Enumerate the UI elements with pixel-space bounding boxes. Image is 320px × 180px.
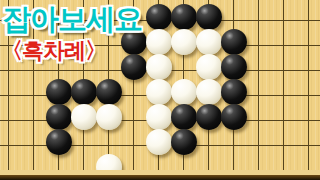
black-stone [46, 104, 72, 130]
board-vline [258, 0, 259, 171]
black-stone [221, 29, 247, 55]
white-stone [196, 79, 222, 105]
black-stone [121, 54, 147, 80]
white-stone [146, 29, 172, 55]
go-problem-screenshot: 잡아보세요 〈흑차례〉 [0, 0, 320, 180]
black-stone [71, 79, 97, 105]
white-stone [146, 79, 172, 105]
white-stone [71, 104, 97, 130]
black-stone [171, 129, 197, 155]
black-stone [146, 4, 172, 30]
black-stone [221, 79, 247, 105]
board-vline [308, 0, 309, 171]
board-vline [283, 0, 284, 171]
black-stone [171, 104, 197, 130]
white-stone [96, 104, 122, 130]
black-stone [221, 104, 247, 130]
black-stone [196, 104, 222, 130]
black-stone [96, 79, 122, 105]
board-bottom-edge [0, 175, 320, 180]
white-stone [146, 129, 172, 155]
turn-indicator: 〈흑차례〉 [1, 40, 106, 62]
white-stone [146, 54, 172, 80]
white-stone [146, 104, 172, 130]
black-stone [196, 4, 222, 30]
white-stone [196, 54, 222, 80]
white-stone [171, 79, 197, 105]
black-stone [171, 4, 197, 30]
black-stone [221, 54, 247, 80]
black-stone [46, 129, 72, 155]
white-stone [196, 29, 222, 55]
black-stone [46, 79, 72, 105]
white-stone [171, 29, 197, 55]
problem-title: 잡아보세요 [2, 5, 142, 34]
